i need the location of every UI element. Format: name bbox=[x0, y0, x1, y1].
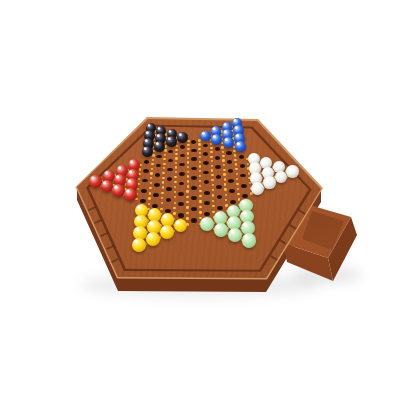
marble-red[interactable] bbox=[89, 175, 101, 187]
marble-green[interactable] bbox=[200, 217, 214, 231]
marble-white[interactable] bbox=[263, 176, 276, 189]
marble-white[interactable] bbox=[286, 165, 298, 177]
marble-blue[interactable] bbox=[223, 137, 234, 148]
marbles-layer bbox=[0, 0, 400, 400]
marble-white[interactable] bbox=[251, 182, 264, 195]
marble-white[interactable] bbox=[275, 171, 288, 184]
product-photo bbox=[0, 0, 400, 400]
marble-black[interactable] bbox=[177, 132, 188, 143]
marble-black[interactable] bbox=[142, 146, 153, 157]
marble-blue[interactable] bbox=[235, 141, 246, 152]
marble-black[interactable] bbox=[154, 141, 165, 152]
marble-blue[interactable] bbox=[211, 134, 222, 145]
marble-red[interactable] bbox=[112, 184, 125, 197]
marble-black[interactable] bbox=[166, 136, 177, 147]
marble-yellow[interactable] bbox=[174, 219, 188, 233]
marble-green[interactable] bbox=[214, 223, 228, 237]
marble-yellow[interactable] bbox=[146, 232, 160, 246]
marble-green[interactable] bbox=[242, 233, 256, 247]
marble-yellow[interactable] bbox=[132, 238, 146, 252]
marble-red[interactable] bbox=[124, 188, 137, 201]
marble-yellow[interactable] bbox=[160, 225, 174, 239]
marble-green[interactable] bbox=[228, 228, 242, 242]
marble-blue[interactable] bbox=[200, 131, 211, 142]
